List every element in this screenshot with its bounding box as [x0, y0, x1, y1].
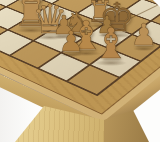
chess-table-photo: ♜♛♟♞♜♟♚♝♟♝♟ — [0, 0, 160, 142]
piece-P-b7[interactable]: ♟ — [57, 28, 85, 56]
pieces-layer: ♜♛♟♞♜♟♚♝♟♝♟ — [0, 0, 160, 142]
piece-P-h7[interactable]: ♟ — [129, 20, 159, 50]
piece-B-f7[interactable]: ♝ — [90, 23, 132, 65]
